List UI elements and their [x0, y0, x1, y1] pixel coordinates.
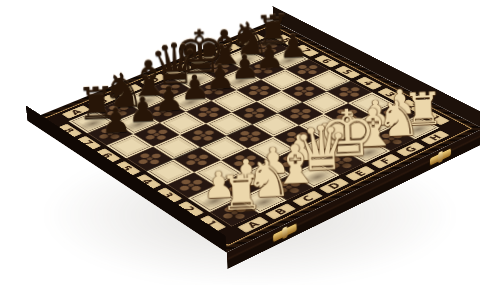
chessboard: ABCDEFGH8♜♞♝♛♚♝♞♜87♟♟♟♟♟♟♟♟7665544332♟♟♟… — [27, 20, 480, 252]
piece-white-rook-a1: ♜ — [204, 168, 278, 219]
perspective-scene: ABCDEFGH8♜♞♝♛♚♝♞♜87♟♟♟♟♟♟♟♟7665544332♟♟♟… — [83, 0, 421, 285]
brass-clasp-left — [273, 223, 297, 242]
camera-roll-wrapper: ABCDEFGH8♜♞♝♛♚♝♞♜87♟♟♟♟♟♟♟♟7665544332♟♟♟… — [0, 0, 480, 285]
brass-clasp-right — [430, 149, 451, 166]
rank-label-text: 5 — [341, 69, 355, 76]
chessboard-frame: ABCDEFGH8♜♞♝♛♚♝♞♜87♟♟♟♟♟♟♟♟7665544332♟♟♟… — [40, 26, 470, 245]
piece-black-pawn-a7: ♟ — [81, 102, 149, 139]
product-photo-background: ABCDEFGH8♜♞♝♛♚♝♞♜87♟♟♟♟♟♟♟♟7665544332♟♟♟… — [0, 0, 480, 285]
